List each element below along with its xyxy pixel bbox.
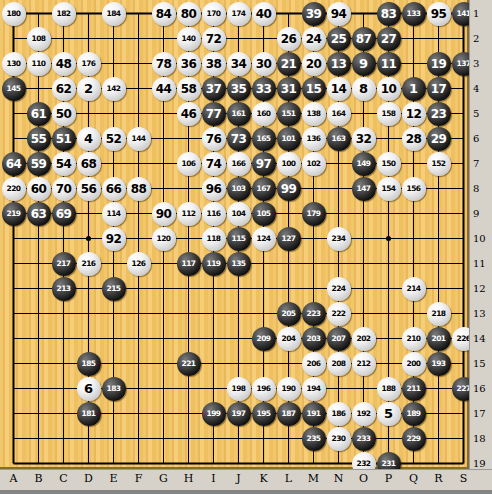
stone-Q14: 210	[402, 327, 426, 351]
stone-C7: 54	[52, 152, 76, 176]
stone-E8: 66	[102, 177, 126, 201]
stone-P1: 83	[377, 2, 401, 26]
stone-Q16: 211	[402, 377, 426, 401]
stone-R5: 23	[427, 102, 451, 126]
stone-M1: 39	[302, 2, 326, 26]
stone-N13: 222	[327, 302, 351, 326]
stone-A1: 180	[2, 2, 26, 26]
stone-B8: 60	[27, 177, 51, 201]
col-label-I: I	[201, 472, 226, 485]
stone-M2: 24	[302, 27, 326, 51]
stone-K14: 209	[252, 327, 276, 351]
stone-B6: 55	[27, 127, 51, 151]
stone-M18: 235	[302, 427, 326, 451]
stone-H7: 106	[177, 152, 201, 176]
stone-I8: 96	[202, 177, 226, 201]
stone-R1: 95	[427, 2, 451, 26]
stone-N15: 208	[327, 352, 351, 376]
row-label-4: 4	[473, 83, 491, 95]
stone-K16: 196	[252, 377, 276, 401]
stone-H4: 58	[177, 77, 201, 101]
col-label-A: A	[1, 472, 26, 485]
stone-J3: 34	[227, 52, 251, 76]
row-label-15: 15	[473, 358, 491, 370]
row-label-2: 2	[473, 33, 491, 45]
stone-P17: 5	[377, 402, 401, 426]
stone-H5: 46	[177, 102, 201, 126]
stone-F8: 88	[127, 177, 151, 201]
stone-R15: 193	[427, 352, 451, 376]
stone-J9: 104	[227, 202, 251, 226]
stone-D3: 176	[77, 52, 101, 76]
stone-A3: 130	[2, 52, 26, 76]
stone-Q15: 200	[402, 352, 426, 376]
stone-I9: 116	[202, 202, 226, 226]
stone-L8: 99	[277, 177, 301, 201]
col-label-H: H	[176, 472, 201, 485]
stone-B9: 63	[27, 202, 51, 226]
stone-M3: 20	[302, 52, 326, 76]
stone-J8: 103	[227, 177, 251, 201]
stone-D4: 2	[77, 77, 101, 101]
stone-Q12: 214	[402, 277, 426, 301]
stone-K8: 167	[252, 177, 276, 201]
stone-D8: 56	[77, 177, 101, 201]
col-label-M: M	[301, 472, 326, 485]
stone-C12: 213	[52, 277, 76, 301]
stone-J10: 115	[227, 227, 251, 251]
stone-P2: 27	[377, 27, 401, 51]
stone-L13: 205	[277, 302, 301, 326]
stone-J5: 161	[227, 102, 251, 126]
stone-K5: 160	[252, 102, 276, 126]
stone-M6: 136	[302, 127, 326, 151]
stone-P5: 158	[377, 102, 401, 126]
stone-H2: 140	[177, 27, 201, 51]
col-label-S: S	[451, 472, 476, 485]
col-label-P: P	[376, 472, 401, 485]
stone-M13: 223	[302, 302, 326, 326]
stone-J11: 135	[227, 252, 251, 276]
stone-C9: 69	[52, 202, 76, 226]
row-label-17: 17	[473, 408, 491, 420]
stone-R3: 19	[427, 52, 451, 76]
col-label-G: G	[151, 472, 176, 485]
window-edge-strip	[0, 490, 492, 494]
stone-E10: 92	[102, 227, 126, 251]
stone-C3: 48	[52, 52, 76, 76]
stone-G1: 84	[152, 2, 176, 26]
stone-M16: 194	[302, 377, 326, 401]
stone-L6: 101	[277, 127, 301, 151]
stone-K9: 105	[252, 202, 276, 226]
stone-Q4: 1	[402, 77, 426, 101]
stone-C11: 217	[52, 252, 76, 276]
stone-N18: 230	[327, 427, 351, 451]
stone-Q18: 229	[402, 427, 426, 451]
stone-D6: 4	[77, 127, 101, 151]
stone-N5: 164	[327, 102, 351, 126]
stone-G4: 44	[152, 77, 176, 101]
stone-O14: 202	[352, 327, 376, 351]
stone-M4: 15	[302, 77, 326, 101]
stone-C1: 182	[52, 2, 76, 26]
row-label-18: 18	[473, 433, 491, 445]
row-label-11: 11	[473, 258, 491, 270]
stone-M7: 102	[302, 152, 326, 176]
stone-N3: 13	[327, 52, 351, 76]
stone-I1: 170	[202, 2, 226, 26]
col-label-K: K	[251, 472, 276, 485]
stone-O3: 9	[352, 52, 376, 76]
stone-I3: 38	[202, 52, 226, 76]
stone-B5: 61	[27, 102, 51, 126]
stone-E16: 183	[102, 377, 126, 401]
col-label-B: B	[26, 472, 51, 485]
stone-A9: 219	[2, 202, 26, 226]
stone-O7: 149	[352, 152, 376, 176]
stone-O4: 8	[352, 77, 376, 101]
stone-H1: 80	[177, 2, 201, 26]
stone-G9: 90	[152, 202, 176, 226]
stone-O15: 212	[352, 352, 376, 376]
stone-D17: 181	[77, 402, 101, 426]
stone-O8: 147	[352, 177, 376, 201]
row-label-6: 6	[473, 133, 491, 145]
stone-R4: 17	[427, 77, 451, 101]
row-label-8: 8	[473, 183, 491, 195]
stone-Q1: 133	[402, 2, 426, 26]
stone-R14: 201	[427, 327, 451, 351]
stone-A4: 145	[2, 77, 26, 101]
row-label-7: 7	[473, 158, 491, 170]
stone-R7: 152	[427, 152, 451, 176]
stone-G3: 78	[152, 52, 176, 76]
col-label-N: N	[326, 472, 351, 485]
stone-P8: 154	[377, 177, 401, 201]
stone-K7: 97	[252, 152, 276, 176]
stone-O18: 233	[352, 427, 376, 451]
stone-N2: 25	[327, 27, 351, 51]
stone-N6: 163	[327, 127, 351, 151]
stone-L10: 127	[277, 227, 301, 251]
stone-I7: 74	[202, 152, 226, 176]
row-label-19: 19	[473, 458, 491, 470]
stone-N1: 94	[327, 2, 351, 26]
stone-D7: 68	[77, 152, 101, 176]
col-label-Q: Q	[401, 472, 426, 485]
stone-E6: 52	[102, 127, 126, 151]
stone-I6: 76	[202, 127, 226, 151]
stone-H9: 112	[177, 202, 201, 226]
stone-L17: 187	[277, 402, 301, 426]
stone-O17: 192	[352, 402, 376, 426]
stone-P7: 150	[377, 152, 401, 176]
row-label-10: 10	[473, 233, 491, 245]
stones-layer: 1801821848480170174403994831339514110814…	[1, 1, 476, 476]
stone-A7: 64	[2, 152, 26, 176]
stone-Q17: 189	[402, 402, 426, 426]
row-label-9: 9	[473, 208, 491, 220]
stone-H15: 221	[177, 352, 201, 376]
row-coordinate-margin	[469, 0, 492, 494]
stone-K10: 124	[252, 227, 276, 251]
stone-K17: 195	[252, 402, 276, 426]
stone-C8: 70	[52, 177, 76, 201]
stone-Q5: 12	[402, 102, 426, 126]
col-label-C: C	[51, 472, 76, 485]
stone-J4: 35	[227, 77, 251, 101]
stone-H11: 117	[177, 252, 201, 276]
stone-B2: 108	[27, 27, 51, 51]
stone-H3: 36	[177, 52, 201, 76]
stone-N12: 224	[327, 277, 351, 301]
stone-K3: 30	[252, 52, 276, 76]
stone-C4: 62	[52, 77, 76, 101]
stone-I17: 199	[202, 402, 226, 426]
stone-A8: 220	[2, 177, 26, 201]
stone-C5: 50	[52, 102, 76, 126]
col-label-J: J	[226, 472, 251, 485]
stone-J1: 174	[227, 2, 251, 26]
stone-L3: 21	[277, 52, 301, 76]
stone-L4: 31	[277, 77, 301, 101]
row-label-12: 12	[473, 283, 491, 295]
stone-Q8: 156	[402, 177, 426, 201]
stone-F11: 126	[127, 252, 151, 276]
stone-J17: 197	[227, 402, 251, 426]
stone-E12: 215	[102, 277, 126, 301]
stone-N10: 234	[327, 227, 351, 251]
col-label-F: F	[126, 472, 151, 485]
stone-O6: 32	[352, 127, 376, 151]
stone-R6: 29	[427, 127, 451, 151]
stone-L14: 204	[277, 327, 301, 351]
stone-E4: 142	[102, 77, 126, 101]
stone-Q6: 28	[402, 127, 426, 151]
stone-B3: 110	[27, 52, 51, 76]
stone-J16: 198	[227, 377, 251, 401]
col-label-E: E	[101, 472, 126, 485]
stone-K6: 165	[252, 127, 276, 151]
stone-I10: 118	[202, 227, 226, 251]
col-label-L: L	[276, 472, 301, 485]
stone-D16: 6	[77, 377, 101, 401]
stone-M9: 179	[302, 202, 326, 226]
stone-D15: 185	[77, 352, 101, 376]
stone-E9: 114	[102, 202, 126, 226]
stone-R13: 218	[427, 302, 451, 326]
stone-I4: 37	[202, 77, 226, 101]
stone-P16: 188	[377, 377, 401, 401]
row-label-16: 16	[473, 383, 491, 395]
stone-B7: 59	[27, 152, 51, 176]
go-board[interactable]: 1801821848480170174403994831339514110814…	[0, 0, 469, 469]
stone-L5: 151	[277, 102, 301, 126]
stone-D11: 216	[77, 252, 101, 276]
stone-M15: 206	[302, 352, 326, 376]
stone-K4: 33	[252, 77, 276, 101]
stone-I2: 72	[202, 27, 226, 51]
col-label-R: R	[426, 472, 451, 485]
stone-I11: 119	[202, 252, 226, 276]
stone-M14: 203	[302, 327, 326, 351]
row-label-3: 3	[473, 58, 491, 70]
stone-L16: 190	[277, 377, 301, 401]
stone-K1: 40	[252, 2, 276, 26]
stone-E1: 184	[102, 2, 126, 26]
col-label-O: O	[351, 472, 376, 485]
go-diagram-page: { "game": "go", "board_size": 19, "coord…	[0, 0, 492, 494]
stone-G10: 120	[152, 227, 176, 251]
stone-C6: 51	[52, 127, 76, 151]
stone-L7: 100	[277, 152, 301, 176]
stone-J6: 73	[227, 127, 251, 151]
row-label-5: 5	[473, 108, 491, 120]
stone-J7: 166	[227, 152, 251, 176]
stone-P3: 11	[377, 52, 401, 76]
stone-F6: 144	[127, 127, 151, 151]
row-label-13: 13	[473, 308, 491, 320]
stone-P4: 10	[377, 77, 401, 101]
stone-L2: 26	[277, 27, 301, 51]
col-label-D: D	[76, 472, 101, 485]
stone-O2: 87	[352, 27, 376, 51]
stone-M17: 191	[302, 402, 326, 426]
stone-I5: 77	[202, 102, 226, 126]
stone-N14: 207	[327, 327, 351, 351]
stone-M5: 138	[302, 102, 326, 126]
stone-N17: 186	[327, 402, 351, 426]
stone-N4: 14	[327, 77, 351, 101]
row-label-14: 14	[473, 333, 491, 345]
row-label-1: 1	[473, 8, 491, 20]
